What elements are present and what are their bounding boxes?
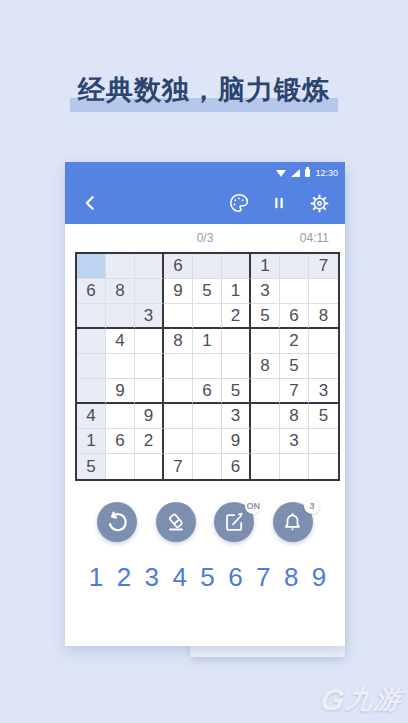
cell-r4c5[interactable]: 1 <box>193 329 222 354</box>
numpad-key-5[interactable]: 5 <box>197 562 219 593</box>
cell-r5c3[interactable] <box>135 354 164 379</box>
cell-r7c5[interactable] <box>193 404 222 429</box>
status-time: 12:30 <box>315 168 338 178</box>
cell-r1c6[interactable] <box>222 254 251 279</box>
cell-r3c6[interactable]: 2 <box>222 304 251 329</box>
cell-r2c9[interactable] <box>309 279 338 304</box>
cell-r8c1[interactable]: 1 <box>77 429 106 454</box>
cell-r2c5[interactable]: 5 <box>193 279 222 304</box>
cell-r1c3[interactable] <box>135 254 164 279</box>
page-title-wrap: 经典数独，脑力锻炼 <box>0 72 408 108</box>
cell-r5c7[interactable]: 8 <box>251 354 280 379</box>
nav-actions <box>227 191 331 215</box>
cell-r6c9[interactable]: 3 <box>309 379 338 404</box>
pencil-note-icon <box>223 511 246 534</box>
cell-r8c7[interactable] <box>251 429 280 454</box>
cell-r5c4[interactable] <box>164 354 193 379</box>
eraser-icon <box>164 510 188 534</box>
cell-r2c7[interactable]: 3 <box>251 279 280 304</box>
cell-r2c4[interactable]: 9 <box>164 279 193 304</box>
cell-r7c3[interactable]: 9 <box>135 404 164 429</box>
cell-r2c6[interactable]: 1 <box>222 279 251 304</box>
cell-r3c7[interactable]: 5 <box>251 304 280 329</box>
cell-r9c4[interactable]: 7 <box>164 454 193 479</box>
cell-r8c3[interactable]: 2 <box>135 429 164 454</box>
cell-r9c2[interactable] <box>106 454 135 479</box>
cell-r3c8[interactable]: 6 <box>280 304 309 329</box>
cell-r9c9[interactable] <box>309 454 338 479</box>
cell-r3c1[interactable] <box>77 304 106 329</box>
cell-r8c9[interactable] <box>309 429 338 454</box>
cell-r1c8[interactable] <box>280 254 309 279</box>
cell-r2c3[interactable] <box>135 279 164 304</box>
jiuyou-logo-icon: G <box>318 683 346 717</box>
status-bar: 12:30 <box>65 162 345 181</box>
sudoku-grid: 61768951332568481285965734938516293576 <box>75 252 340 481</box>
toolbar: ON 3 <box>97 502 313 542</box>
cell-r4c6[interactable] <box>222 329 251 354</box>
timer: 04:11 <box>300 224 329 252</box>
phone-screenshot: 12:30 <box>65 162 345 646</box>
numpad-key-2[interactable]: 2 <box>113 562 135 593</box>
cell-r8c8[interactable]: 3 <box>280 429 309 454</box>
cell-r9c3[interactable] <box>135 454 164 479</box>
cell-r4c4[interactable]: 8 <box>164 329 193 354</box>
page-title: 经典数独，脑力锻炼 <box>78 75 330 105</box>
erase-button[interactable] <box>156 502 196 542</box>
jiuyou-watermark: G 九游 <box>318 682 404 717</box>
nav-bar <box>65 181 345 225</box>
progress-row: 0/3 04:11 <box>65 224 345 252</box>
cell-r1c1[interactable] <box>77 254 106 279</box>
cell-r4c1[interactable] <box>77 329 106 354</box>
cell-r9c8[interactable] <box>280 454 309 479</box>
cell-r2c8[interactable] <box>280 279 309 304</box>
cell-r4c8[interactable]: 2 <box>280 329 309 354</box>
numpad-key-3[interactable]: 3 <box>141 562 163 593</box>
numpad-key-7[interactable]: 7 <box>252 562 274 593</box>
numpad-key-4[interactable]: 4 <box>169 562 191 593</box>
cell-r6c3[interactable] <box>135 379 164 404</box>
cell-r4c2[interactable]: 4 <box>106 329 135 354</box>
cell-r5c8[interactable]: 5 <box>280 354 309 379</box>
palette-icon[interactable] <box>227 191 251 215</box>
cell-r3c2[interactable] <box>106 304 135 329</box>
numpad-key-8[interactable]: 8 <box>280 562 302 593</box>
cell-r6c8[interactable]: 7 <box>280 379 309 404</box>
notes-button[interactable]: ON <box>214 502 254 542</box>
settings-icon[interactable] <box>307 191 331 215</box>
notes-badge: ON <box>245 498 261 514</box>
cell-r6c6[interactable]: 5 <box>222 379 251 404</box>
cell-r4c9[interactable] <box>309 329 338 354</box>
pause-icon[interactable] <box>267 191 291 215</box>
cell-r5c9[interactable] <box>309 354 338 379</box>
app-header: 12:30 <box>65 162 345 224</box>
cell-r3c3[interactable]: 3 <box>135 304 164 329</box>
cell-r3c9[interactable]: 8 <box>309 304 338 329</box>
cell-r8c5[interactable] <box>193 429 222 454</box>
cell-r1c4[interactable]: 6 <box>164 254 193 279</box>
cell-r7c1[interactable]: 4 <box>77 404 106 429</box>
cell-r9c5[interactable] <box>193 454 222 479</box>
bell-icon <box>281 511 304 534</box>
cell-r5c1[interactable] <box>77 354 106 379</box>
cell-r8c6[interactable]: 9 <box>222 429 251 454</box>
cell-r7c8[interactable]: 8 <box>280 404 309 429</box>
cell-r3c5[interactable] <box>193 304 222 329</box>
cell-r5c2[interactable] <box>106 354 135 379</box>
numpad-key-1[interactable]: 1 <box>85 562 107 593</box>
cell-r9c7[interactable] <box>251 454 280 479</box>
cell-r5c6[interactable] <box>222 354 251 379</box>
number-pad: 123456789 <box>75 562 340 593</box>
hint-button[interactable]: 3 <box>273 502 313 542</box>
hint-badge: 3 <box>304 498 320 514</box>
cell-r2c2[interactable]: 8 <box>106 279 135 304</box>
watermark-text: 九游 <box>344 682 405 717</box>
undo-icon <box>105 510 129 534</box>
cell-r7c4[interactable] <box>164 404 193 429</box>
numpad-key-9[interactable]: 9 <box>308 562 330 593</box>
cell-r1c2[interactable] <box>106 254 135 279</box>
cell-r9c1[interactable]: 5 <box>77 454 106 479</box>
cell-r5c5[interactable] <box>193 354 222 379</box>
numpad-key-6[interactable]: 6 <box>224 562 246 593</box>
back-icon[interactable] <box>79 191 103 215</box>
cell-r1c9[interactable]: 7 <box>309 254 338 279</box>
cell-r7c2[interactable] <box>106 404 135 429</box>
cell-r6c2[interactable]: 9 <box>106 379 135 404</box>
cell-r2c1[interactable]: 6 <box>77 279 106 304</box>
cell-r1c7[interactable]: 1 <box>251 254 280 279</box>
mistakes-counter: 0/3 <box>197 231 214 245</box>
cell-r9c6[interactable]: 6 <box>222 454 251 479</box>
cell-r8c2[interactable]: 6 <box>106 429 135 454</box>
cell-r7c9[interactable]: 5 <box>309 404 338 429</box>
cell-r8c4[interactable] <box>164 429 193 454</box>
cell-r7c7[interactable] <box>251 404 280 429</box>
cell-r1c5[interactable] <box>193 254 222 279</box>
screenshot-root: 经典数独，脑力锻炼 12:30 <box>0 0 408 723</box>
cell-r6c7[interactable] <box>251 379 280 404</box>
signal-icon <box>291 169 300 177</box>
undo-button[interactable] <box>97 502 137 542</box>
cell-r7c6[interactable]: 3 <box>222 404 251 429</box>
cell-r6c4[interactable] <box>164 379 193 404</box>
cell-r6c1[interactable] <box>77 379 106 404</box>
cell-r4c7[interactable] <box>251 329 280 354</box>
cell-r6c5[interactable]: 6 <box>193 379 222 404</box>
cell-r3c4[interactable] <box>164 304 193 329</box>
wifi-icon <box>276 170 286 177</box>
cell-r4c3[interactable] <box>135 329 164 354</box>
battery-icon <box>305 169 310 177</box>
